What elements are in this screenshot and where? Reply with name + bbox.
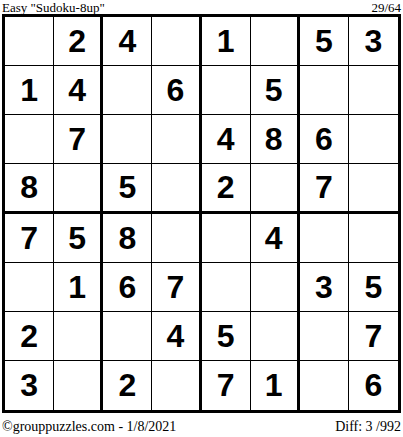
cell-r1c4[interactable] — [152, 17, 201, 66]
sudoku-board: 24153146574868527758416735245732716 — [2, 14, 401, 413]
cell-r2c5[interactable] — [202, 66, 251, 115]
sudoku-puzzle-page: Easy "Sudoku-8up" 29/64 2415314657486852… — [0, 0, 403, 437]
cell-r4c7[interactable]: 7 — [300, 164, 349, 213]
cell-r4c1[interactable]: 8 — [5, 164, 54, 213]
cell-r4c8[interactable] — [349, 164, 398, 213]
cell-r6c4[interactable]: 7 — [152, 263, 201, 312]
cell-r4c2[interactable] — [54, 164, 103, 213]
cell-r5c1[interactable]: 7 — [5, 214, 54, 263]
cell-r8c2[interactable] — [54, 361, 103, 410]
cell-r5c4[interactable] — [152, 214, 201, 263]
puzzle-header: Easy "Sudoku-8up" 29/64 — [2, 0, 401, 14]
puzzle-title: Easy "Sudoku-8up" — [2, 1, 105, 14]
puzzle-footer: ©grouppuzzles.com - 1/8/2021 Diff: 3 /99… — [2, 419, 401, 434]
cell-r5c7[interactable] — [300, 214, 349, 263]
cell-r1c8[interactable]: 3 — [349, 17, 398, 66]
cell-r6c7[interactable]: 3 — [300, 263, 349, 312]
cell-r3c6[interactable]: 8 — [251, 115, 300, 164]
cell-r7c2[interactable] — [54, 312, 103, 361]
cell-r6c3[interactable]: 6 — [103, 263, 152, 312]
cell-r3c8[interactable] — [349, 115, 398, 164]
cell-r7c4[interactable]: 4 — [152, 312, 201, 361]
cell-r3c1[interactable] — [5, 115, 54, 164]
cell-r1c1[interactable] — [5, 17, 54, 66]
cell-r6c1[interactable] — [5, 263, 54, 312]
cell-r7c3[interactable] — [103, 312, 152, 361]
cell-r2c2[interactable]: 4 — [54, 66, 103, 115]
cell-r7c6[interactable] — [251, 312, 300, 361]
cell-r7c5[interactable]: 5 — [202, 312, 251, 361]
cell-r3c5[interactable]: 4 — [202, 115, 251, 164]
cell-r8c8[interactable]: 6 — [349, 361, 398, 410]
cell-r2c3[interactable] — [103, 66, 152, 115]
cell-r3c7[interactable]: 6 — [300, 115, 349, 164]
cell-r8c6[interactable]: 1 — [251, 361, 300, 410]
cell-r5c8[interactable] — [349, 214, 398, 263]
cell-r6c6[interactable] — [251, 263, 300, 312]
cell-r1c7[interactable]: 5 — [300, 17, 349, 66]
cell-r5c2[interactable]: 5 — [54, 214, 103, 263]
cell-r6c2[interactable]: 1 — [54, 263, 103, 312]
cell-r1c2[interactable]: 2 — [54, 17, 103, 66]
cell-r5c5[interactable] — [202, 214, 251, 263]
cell-r2c6[interactable]: 5 — [251, 66, 300, 115]
cell-r8c7[interactable] — [300, 361, 349, 410]
cell-r5c3[interactable]: 8 — [103, 214, 152, 263]
cell-r7c8[interactable]: 7 — [349, 312, 398, 361]
cell-r4c6[interactable] — [251, 164, 300, 213]
cell-r1c6[interactable] — [251, 17, 300, 66]
cell-r3c3[interactable] — [103, 115, 152, 164]
difficulty-text: Diff: 3 /992 — [335, 419, 401, 434]
cell-r5c6[interactable]: 4 — [251, 214, 300, 263]
cell-r1c5[interactable]: 1 — [202, 17, 251, 66]
cell-r4c4[interactable] — [152, 164, 201, 213]
cell-r2c7[interactable] — [300, 66, 349, 115]
cell-r8c4[interactable] — [152, 361, 201, 410]
cell-r3c2[interactable]: 7 — [54, 115, 103, 164]
cell-r8c1[interactable]: 3 — [5, 361, 54, 410]
cell-r2c4[interactable]: 6 — [152, 66, 201, 115]
copyright-text: ©grouppuzzles.com - 1/8/2021 — [2, 419, 176, 434]
cell-r6c8[interactable]: 5 — [349, 263, 398, 312]
cell-r3c4[interactable] — [152, 115, 201, 164]
cell-r2c1[interactable]: 1 — [5, 66, 54, 115]
cell-r4c3[interactable]: 5 — [103, 164, 152, 213]
blank-cell-counter: 29/64 — [371, 1, 401, 14]
cell-r7c1[interactable]: 2 — [5, 312, 54, 361]
cell-r2c8[interactable] — [349, 66, 398, 115]
cell-r8c3[interactable]: 2 — [103, 361, 152, 410]
cell-r4c5[interactable]: 2 — [202, 164, 251, 213]
cell-r6c5[interactable] — [202, 263, 251, 312]
cell-r7c7[interactable] — [300, 312, 349, 361]
cell-r8c5[interactable]: 7 — [202, 361, 251, 410]
cell-r1c3[interactable]: 4 — [103, 17, 152, 66]
